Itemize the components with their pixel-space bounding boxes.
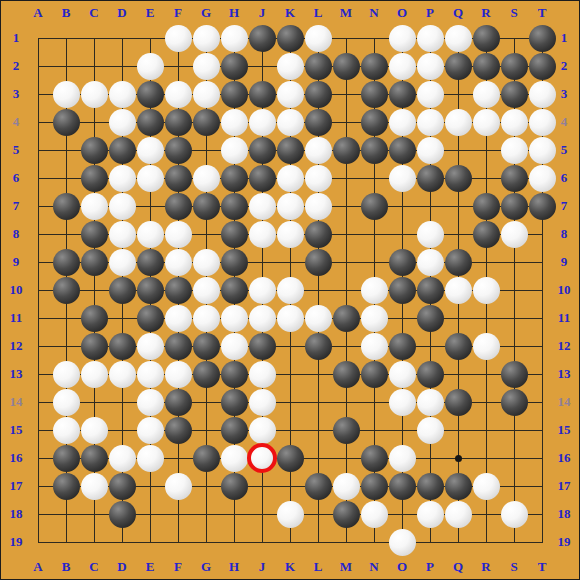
go-board[interactable]: ABCDEFGHJKLMNOPQRST ABCDEFGHJKLMNOPQRST …: [0, 0, 580, 580]
stone-white: [249, 361, 276, 388]
stone-black: [305, 221, 332, 248]
stone-white: [305, 193, 332, 220]
stone-white: [361, 333, 388, 360]
stone-white: [417, 417, 444, 444]
stone-white: [109, 109, 136, 136]
stones-layer: [24, 24, 556, 556]
stone-black: [389, 81, 416, 108]
stone-white: [501, 221, 528, 248]
stone-white: [277, 53, 304, 80]
stone-black: [249, 165, 276, 192]
stone-black: [165, 277, 192, 304]
stone-white: [389, 361, 416, 388]
stone-black: [221, 389, 248, 416]
stone-white: [305, 137, 332, 164]
stone-white: [305, 165, 332, 192]
stone-white: [417, 389, 444, 416]
stone-black: [109, 333, 136, 360]
col-label: T: [528, 557, 556, 577]
stone-black: [193, 361, 220, 388]
stone-black: [501, 361, 528, 388]
stone-black: [221, 193, 248, 220]
stone-white: [445, 501, 472, 528]
stone-black: [305, 249, 332, 276]
column-labels-bottom: ABCDEFGHJKLMNOPQRST: [24, 557, 556, 577]
col-label: H: [220, 557, 248, 577]
stone-white: [473, 277, 500, 304]
stone-white: [221, 333, 248, 360]
stone-white: [277, 165, 304, 192]
col-label: G: [192, 557, 220, 577]
stone-white: [529, 137, 556, 164]
stone-white: [81, 361, 108, 388]
stone-white: [137, 137, 164, 164]
col-label: P: [416, 3, 444, 23]
stone-white: [445, 25, 472, 52]
stone-white: [193, 249, 220, 276]
stone-white: [473, 81, 500, 108]
stone-black: [109, 501, 136, 528]
stone-white: [249, 193, 276, 220]
stone-black: [333, 417, 360, 444]
stone-white: [193, 305, 220, 332]
stone-white: [165, 221, 192, 248]
stone-black: [361, 445, 388, 472]
stone-black: [165, 417, 192, 444]
stone-black: [81, 333, 108, 360]
col-label: S: [500, 557, 528, 577]
stone-black: [361, 81, 388, 108]
stone-white: [81, 417, 108, 444]
stone-black: [445, 249, 472, 276]
col-label: Q: [444, 3, 472, 23]
col-label: J: [248, 3, 276, 23]
stone-white: [221, 109, 248, 136]
stone-white: [389, 165, 416, 192]
stone-black: [389, 277, 416, 304]
stone-black: [305, 473, 332, 500]
stone-black: [445, 473, 472, 500]
stone-white: [305, 25, 332, 52]
stone-white: [333, 473, 360, 500]
stone-black: [137, 109, 164, 136]
stone-black: [333, 501, 360, 528]
stone-black: [417, 473, 444, 500]
stone-black: [445, 53, 472, 80]
stone-black: [221, 81, 248, 108]
stone-white: [249, 109, 276, 136]
stone-white: [277, 109, 304, 136]
stone-white: [529, 165, 556, 192]
stone-black: [277, 445, 304, 472]
col-label: N: [360, 3, 388, 23]
col-label: A: [24, 3, 52, 23]
col-label: P: [416, 557, 444, 577]
stone-black: [305, 109, 332, 136]
stone-white: [473, 109, 500, 136]
stone-white: [277, 501, 304, 528]
stone-white: [81, 473, 108, 500]
stone-black: [137, 249, 164, 276]
stone-white: [417, 53, 444, 80]
stone-black: [473, 221, 500, 248]
stone-white: [137, 389, 164, 416]
stone-white: [417, 81, 444, 108]
stone-white: [389, 25, 416, 52]
stone-black: [165, 389, 192, 416]
stone-white: [53, 81, 80, 108]
stone-black: [53, 445, 80, 472]
stone-black: [81, 165, 108, 192]
stone-black: [305, 81, 332, 108]
col-label: L: [304, 3, 332, 23]
stone-black: [165, 165, 192, 192]
stone-white: [165, 249, 192, 276]
stone-white: [81, 193, 108, 220]
stone-white: [249, 221, 276, 248]
stone-black: [193, 445, 220, 472]
stone-white: [109, 445, 136, 472]
stone-black: [529, 25, 556, 52]
stone-white: [193, 165, 220, 192]
col-label: C: [80, 557, 108, 577]
stone-white: [249, 417, 276, 444]
col-label: B: [52, 557, 80, 577]
stone-white: [221, 137, 248, 164]
stone-white: [277, 221, 304, 248]
stone-black: [165, 333, 192, 360]
stone-black: [333, 53, 360, 80]
stone-white: [361, 277, 388, 304]
stone-white: [53, 361, 80, 388]
stone-white: [417, 249, 444, 276]
stone-black: [501, 193, 528, 220]
col-label: F: [164, 557, 192, 577]
stone-black: [193, 109, 220, 136]
stone-black: [53, 109, 80, 136]
stone-white: [417, 221, 444, 248]
col-label: M: [332, 557, 360, 577]
stone-white: [445, 109, 472, 136]
stone-white: [305, 305, 332, 332]
stone-white: [109, 193, 136, 220]
stone-white: [193, 25, 220, 52]
stone-white: [473, 333, 500, 360]
stone-white: [529, 109, 556, 136]
col-label: E: [136, 3, 164, 23]
stone-white: [137, 165, 164, 192]
stone-white: [221, 445, 248, 472]
stone-white: [165, 81, 192, 108]
stone-white: [109, 81, 136, 108]
col-label: C: [80, 3, 108, 23]
col-label: D: [108, 3, 136, 23]
col-label: E: [136, 557, 164, 577]
stone-black: [81, 221, 108, 248]
stone-white: [249, 277, 276, 304]
stone-black: [53, 249, 80, 276]
stone-black: [501, 81, 528, 108]
stone-white: [445, 277, 472, 304]
stone-black: [361, 53, 388, 80]
col-label: J: [248, 557, 276, 577]
stone-black: [249, 25, 276, 52]
stone-black: [81, 137, 108, 164]
stone-black: [333, 361, 360, 388]
stone-white: [417, 109, 444, 136]
stone-white: [389, 109, 416, 136]
col-label: N: [360, 557, 388, 577]
stone-black: [445, 389, 472, 416]
stone-white: [389, 53, 416, 80]
stone-white: [109, 165, 136, 192]
stone-black: [445, 333, 472, 360]
col-label: L: [304, 557, 332, 577]
stone-black: [473, 193, 500, 220]
stone-black: [389, 137, 416, 164]
stone-white: [137, 221, 164, 248]
stone-white: [277, 193, 304, 220]
stone-white: [249, 389, 276, 416]
col-label: S: [500, 3, 528, 23]
stone-black: [361, 361, 388, 388]
stone-black: [109, 137, 136, 164]
stone-black: [221, 249, 248, 276]
col-label: B: [52, 3, 80, 23]
stone-black: [501, 389, 528, 416]
col-label: D: [108, 557, 136, 577]
column-labels-top: ABCDEFGHJKLMNOPQRST: [24, 3, 556, 23]
stone-white: [361, 501, 388, 528]
col-label: K: [276, 557, 304, 577]
stone-black: [81, 249, 108, 276]
stone-black: [221, 417, 248, 444]
stone-white: [277, 305, 304, 332]
stone-black: [81, 445, 108, 472]
stone-black: [221, 361, 248, 388]
col-label: R: [472, 3, 500, 23]
col-label: T: [528, 3, 556, 23]
stone-black: [221, 165, 248, 192]
col-label: K: [276, 3, 304, 23]
stone-black: [389, 473, 416, 500]
stone-white: [221, 25, 248, 52]
stone-black: [137, 277, 164, 304]
stone-black: [221, 221, 248, 248]
stone-black: [361, 109, 388, 136]
stone-black: [221, 53, 248, 80]
stone-white: [473, 473, 500, 500]
col-label: F: [164, 3, 192, 23]
stone-black: [109, 473, 136, 500]
stone-white: [277, 277, 304, 304]
stone-black: [305, 53, 332, 80]
stone-white: [165, 361, 192, 388]
stone-white: [389, 389, 416, 416]
stone-white: [277, 81, 304, 108]
last-move-marker: [249, 445, 276, 472]
stone-black: [53, 193, 80, 220]
stone-white: [361, 305, 388, 332]
stone-black: [305, 333, 332, 360]
stone-black: [165, 109, 192, 136]
stone-black: [361, 137, 388, 164]
col-label: R: [472, 557, 500, 577]
stone-black: [221, 473, 248, 500]
stone-black: [417, 165, 444, 192]
stone-black: [361, 473, 388, 500]
stone-black: [165, 137, 192, 164]
stone-white: [529, 81, 556, 108]
stone-white: [165, 25, 192, 52]
stone-black: [249, 137, 276, 164]
col-label: M: [332, 3, 360, 23]
stone-white: [221, 305, 248, 332]
stone-white: [389, 529, 416, 556]
stone-black: [221, 277, 248, 304]
stone-white: [137, 445, 164, 472]
stone-black: [277, 137, 304, 164]
stone-white: [137, 417, 164, 444]
stone-white: [501, 137, 528, 164]
stone-black: [277, 25, 304, 52]
stone-white: [417, 137, 444, 164]
stone-white: [165, 473, 192, 500]
stone-white: [501, 109, 528, 136]
stone-white: [53, 389, 80, 416]
stone-black: [473, 53, 500, 80]
stone-black: [137, 305, 164, 332]
stone-white: [249, 305, 276, 332]
stone-white: [165, 305, 192, 332]
stone-white: [109, 249, 136, 276]
stone-black: [417, 305, 444, 332]
stone-black: [249, 81, 276, 108]
stone-black: [389, 333, 416, 360]
stone-black: [249, 333, 276, 360]
stone-white: [193, 81, 220, 108]
stone-black: [389, 249, 416, 276]
stone-black: [81, 305, 108, 332]
stone-white: [137, 53, 164, 80]
stone-white: [417, 501, 444, 528]
col-label: O: [388, 557, 416, 577]
col-label: Q: [444, 557, 472, 577]
stone-black: [445, 165, 472, 192]
stone-black: [529, 193, 556, 220]
stone-white: [53, 417, 80, 444]
stone-white: [109, 361, 136, 388]
col-label: G: [192, 3, 220, 23]
stone-black: [137, 81, 164, 108]
stone-black: [473, 25, 500, 52]
col-label: H: [220, 3, 248, 23]
stone-black: [53, 277, 80, 304]
stone-black: [501, 53, 528, 80]
stone-black: [193, 333, 220, 360]
stone-black: [165, 193, 192, 220]
stone-black: [417, 361, 444, 388]
stone-black: [361, 193, 388, 220]
stone-white: [501, 501, 528, 528]
stone-white: [389, 445, 416, 472]
stone-white: [109, 221, 136, 248]
col-label: O: [388, 3, 416, 23]
col-label: A: [24, 557, 52, 577]
stone-black: [53, 473, 80, 500]
stone-black: [333, 137, 360, 164]
stone-black: [193, 193, 220, 220]
stone-white: [137, 333, 164, 360]
stone-black: [417, 277, 444, 304]
stone-white: [81, 81, 108, 108]
stone-black: [501, 165, 528, 192]
stone-white: [417, 25, 444, 52]
stone-white: [137, 361, 164, 388]
stone-white: [193, 53, 220, 80]
stone-black: [109, 277, 136, 304]
stone-white: [193, 277, 220, 304]
stone-black: [529, 53, 556, 80]
stone-black: [333, 305, 360, 332]
